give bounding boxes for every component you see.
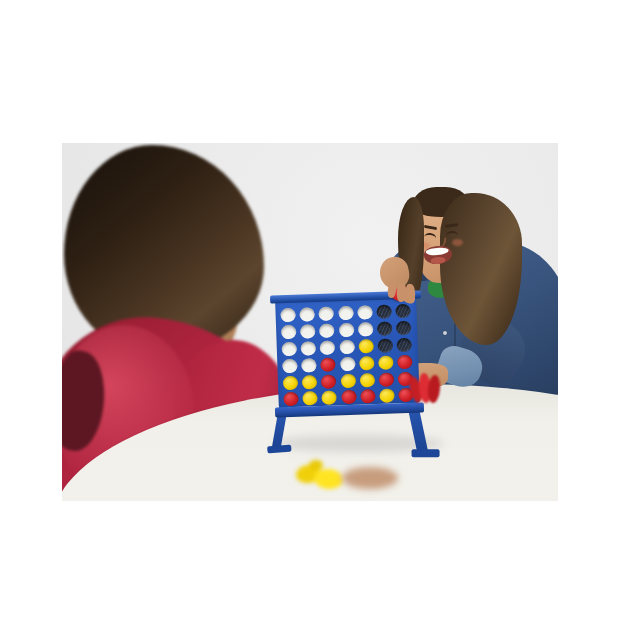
hole-r3c4 <box>339 339 354 354</box>
photo-backdrop <box>62 143 558 501</box>
hole-r4c7 <box>397 354 412 369</box>
connect-four-board <box>274 292 423 472</box>
connect-four-photo-stage <box>0 0 620 620</box>
hole-r2c3 <box>319 323 334 338</box>
hole-r3c6 <box>378 338 393 353</box>
board-right-foot <box>412 449 440 457</box>
boy-hand-blur <box>342 467 398 489</box>
hole-r3c7 <box>397 337 412 352</box>
hole-r2c4 <box>339 323 354 338</box>
hole-r3c2 <box>301 341 316 356</box>
hole-r1c4 <box>338 306 353 321</box>
hole-r2c6 <box>377 321 392 336</box>
hole-r5c1 <box>283 375 298 390</box>
hole-r4c2 <box>301 358 316 373</box>
hole-r1c6 <box>376 304 391 319</box>
hole-r2c7 <box>396 321 411 336</box>
hole-r4c6 <box>378 355 393 370</box>
hole-r2c5 <box>358 322 373 337</box>
hole-r4c3 <box>321 357 336 372</box>
hole-r6c3 <box>322 391 337 406</box>
girl-teeth <box>425 247 449 256</box>
hole-r5c3 <box>321 374 336 389</box>
jacket-button <box>443 331 447 335</box>
board-left-foot <box>267 445 291 454</box>
hole-r5c5 <box>360 373 375 388</box>
hole-r1c1 <box>280 308 295 323</box>
hole-r3c1 <box>282 342 297 357</box>
hole-r6c2 <box>303 391 318 406</box>
hole-r1c5 <box>357 305 372 320</box>
hole-r5c2 <box>302 375 317 390</box>
hole-r4c5 <box>359 356 374 371</box>
board-grid <box>278 302 416 408</box>
hole-r1c3 <box>319 306 334 321</box>
hole-r2c2 <box>300 324 315 339</box>
hole-r5c6 <box>379 372 394 387</box>
hole-r5c4 <box>340 373 355 388</box>
hole-r3c5 <box>358 339 373 354</box>
hole-r1c2 <box>300 307 315 322</box>
hole-r2c1 <box>281 325 296 340</box>
hole-r1c7 <box>396 304 411 319</box>
hole-r6c4 <box>341 390 356 405</box>
hole-r6c6 <box>379 389 394 404</box>
hole-r3c3 <box>320 340 335 355</box>
hole-r4c1 <box>282 358 297 373</box>
hole-r6c5 <box>360 389 375 404</box>
girl-blush <box>452 239 463 246</box>
hole-r6c1 <box>283 392 298 407</box>
hole-r4c4 <box>340 356 355 371</box>
